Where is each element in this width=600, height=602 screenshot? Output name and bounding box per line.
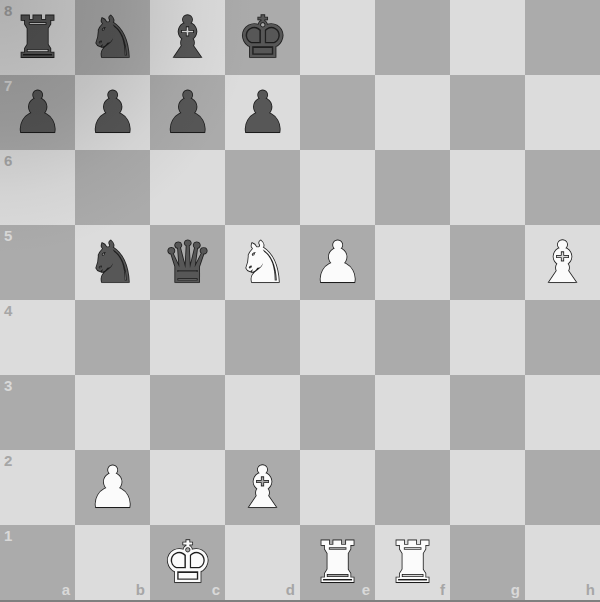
rank-label-2: 2 [4,452,12,469]
square-g3[interactable] [450,375,525,450]
file-label-g: g [511,581,520,598]
file-label-c: c [212,581,220,598]
square-a8[interactable]: 8♜ [0,0,75,75]
square-c8[interactable]: ♝ [150,0,225,75]
square-d2[interactable]: ♝ [225,450,300,525]
square-e3[interactable] [300,375,375,450]
square-c2[interactable] [150,450,225,525]
square-e7[interactable] [300,75,375,150]
square-a3[interactable]: 3 [0,375,75,450]
square-g5[interactable] [450,225,525,300]
square-b4[interactable] [75,300,150,375]
square-g1[interactable]: g [450,525,525,600]
square-a1[interactable]: 1a [0,525,75,600]
square-h3[interactable] [525,375,600,450]
black-bishop[interactable]: ♝ [150,0,225,75]
rank-label-3: 3 [4,377,12,394]
white-knight[interactable]: ♞ [225,225,300,300]
square-b3[interactable] [75,375,150,450]
square-h6[interactable] [525,150,600,225]
square-b8[interactable]: ♞ [75,0,150,75]
square-c4[interactable] [150,300,225,375]
square-g2[interactable] [450,450,525,525]
square-e6[interactable] [300,150,375,225]
square-f6[interactable] [375,150,450,225]
square-g6[interactable] [450,150,525,225]
square-b6[interactable] [75,150,150,225]
square-c6[interactable] [150,150,225,225]
square-f8[interactable] [375,0,450,75]
file-label-f: f [440,581,445,598]
square-g4[interactable] [450,300,525,375]
black-pawn[interactable]: ♟ [150,75,225,150]
square-d4[interactable] [225,300,300,375]
rank-label-6: 6 [4,152,12,169]
square-a5[interactable]: 5 [0,225,75,300]
file-label-e: e [362,581,370,598]
white-pawn[interactable]: ♟ [75,450,150,525]
square-f4[interactable] [375,300,450,375]
square-a6[interactable]: 6 [0,150,75,225]
square-g8[interactable] [450,0,525,75]
square-a7[interactable]: 7♟ [0,75,75,150]
file-label-d: d [286,581,295,598]
black-pawn[interactable]: ♟ [225,75,300,150]
square-d5[interactable]: ♞ [225,225,300,300]
square-e1[interactable]: e♜ [300,525,375,600]
chess-board: 8♜♞♝♚7♟♟♟♟65♞♛♞♟♝432♟♝1abc♚de♜f♜gh [0,0,600,600]
black-pawn[interactable]: ♟ [75,75,150,150]
white-pawn[interactable]: ♟ [300,225,375,300]
rank-label-7: 7 [4,77,12,94]
square-h4[interactable] [525,300,600,375]
square-c7[interactable]: ♟ [150,75,225,150]
square-e4[interactable] [300,300,375,375]
square-b1[interactable]: b [75,525,150,600]
file-label-b: b [136,581,145,598]
square-b2[interactable]: ♟ [75,450,150,525]
square-h1[interactable]: h [525,525,600,600]
black-knight[interactable]: ♞ [75,0,150,75]
square-e8[interactable] [300,0,375,75]
square-d8[interactable]: ♚ [225,0,300,75]
square-g7[interactable] [450,75,525,150]
black-queen[interactable]: ♛ [150,225,225,300]
square-c3[interactable] [150,375,225,450]
square-b7[interactable]: ♟ [75,75,150,150]
square-h8[interactable] [525,0,600,75]
black-knight[interactable]: ♞ [75,225,150,300]
square-a4[interactable]: 4 [0,300,75,375]
square-f2[interactable] [375,450,450,525]
rank-label-4: 4 [4,302,12,319]
rank-label-8: 8 [4,2,12,19]
square-e2[interactable] [300,450,375,525]
square-d1[interactable]: d [225,525,300,600]
rank-label-1: 1 [4,527,12,544]
square-d7[interactable]: ♟ [225,75,300,150]
white-bishop[interactable]: ♝ [525,225,600,300]
square-f1[interactable]: f♜ [375,525,450,600]
square-d3[interactable] [225,375,300,450]
square-c1[interactable]: c♚ [150,525,225,600]
square-d6[interactable] [225,150,300,225]
black-king[interactable]: ♚ [225,0,300,75]
square-f3[interactable] [375,375,450,450]
white-rook[interactable]: ♜ [375,525,450,600]
white-bishop[interactable]: ♝ [225,450,300,525]
square-f7[interactable] [375,75,450,150]
square-c5[interactable]: ♛ [150,225,225,300]
square-h2[interactable] [525,450,600,525]
square-h5[interactable]: ♝ [525,225,600,300]
square-f5[interactable] [375,225,450,300]
square-b5[interactable]: ♞ [75,225,150,300]
file-label-a: a [62,581,70,598]
square-a2[interactable]: 2 [0,450,75,525]
rank-label-5: 5 [4,227,12,244]
file-label-h: h [586,581,595,598]
chess-app: 8♜♞♝♚7♟♟♟♟65♞♛♞♟♝432♟♝1abc♚de♜f♜gh [0,0,600,602]
square-e5[interactable]: ♟ [300,225,375,300]
square-h7[interactable] [525,75,600,150]
